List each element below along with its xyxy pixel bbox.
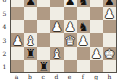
square-g2: ♟ xyxy=(90,47,103,60)
file-label-d: d xyxy=(50,73,63,80)
piece-black-rook: ♜ xyxy=(37,61,50,73)
square-e4: ♟ xyxy=(64,20,77,33)
square-h3 xyxy=(103,33,116,46)
piece-white-queen: ♛ xyxy=(64,35,77,47)
square-e3: ♛ xyxy=(64,33,77,46)
square-b4 xyxy=(24,20,37,33)
rank-label-2: 2 xyxy=(0,50,9,57)
square-a6 xyxy=(11,0,24,7)
square-c3 xyxy=(37,33,50,46)
piece-white-pawn: ♟ xyxy=(103,8,116,20)
square-h6: ♟ xyxy=(103,0,116,7)
rank-label-3: 3 xyxy=(0,37,9,44)
piece-white-king: ♚ xyxy=(103,48,116,60)
chess-diagram: ♟♟♞♟♟♟♟♞♟♝♛♟♜♝♟♚♜ 654321 abcdefgh xyxy=(0,0,120,80)
square-c5 xyxy=(37,7,50,20)
file-label-b: b xyxy=(23,73,36,80)
square-e2 xyxy=(64,47,77,60)
square-a5 xyxy=(11,7,24,20)
square-f6: ♞ xyxy=(77,0,90,7)
piece-white-bishop: ♝ xyxy=(24,35,37,47)
square-b1 xyxy=(24,60,37,73)
square-f3: ♟ xyxy=(77,33,90,46)
piece-white-bishop: ♝ xyxy=(50,48,63,60)
square-g3 xyxy=(90,33,103,46)
square-f1 xyxy=(77,60,90,73)
square-g6 xyxy=(90,0,103,7)
square-e6: ♟ xyxy=(64,0,77,7)
square-h4 xyxy=(103,20,116,33)
square-d3 xyxy=(50,33,63,46)
square-h1 xyxy=(103,60,116,73)
square-a1 xyxy=(11,60,24,73)
file-label-e: e xyxy=(63,73,76,80)
square-b6: ♟ xyxy=(24,0,37,7)
piece-white-pawn: ♟ xyxy=(64,21,77,33)
piece-black-knight: ♞ xyxy=(77,0,90,7)
file-label-a: a xyxy=(10,73,23,80)
piece-black-rook: ♜ xyxy=(24,48,37,60)
square-d1 xyxy=(50,60,63,73)
piece-white-pawn: ♟ xyxy=(77,35,90,47)
piece-black-pawn: ♟ xyxy=(24,0,37,7)
file-label-c: c xyxy=(37,73,50,80)
rank-label-1: 1 xyxy=(0,63,9,70)
square-b5 xyxy=(24,7,37,20)
square-a3: ♟ xyxy=(11,33,24,46)
square-g4 xyxy=(90,20,103,33)
piece-black-pawn: ♟ xyxy=(64,0,77,7)
piece-white-pawn: ♟ xyxy=(50,21,63,33)
rank-label-4: 4 xyxy=(0,23,9,30)
square-d6 xyxy=(50,0,63,7)
square-f5 xyxy=(77,7,90,20)
square-g1 xyxy=(90,60,103,73)
square-e5 xyxy=(64,7,77,20)
file-label-g: g xyxy=(90,73,103,80)
square-h2: ♚ xyxy=(103,47,116,60)
square-a2 xyxy=(11,47,24,60)
rank-label-6: 6 xyxy=(0,0,9,3)
square-h5: ♟ xyxy=(103,7,116,20)
square-a4 xyxy=(11,20,24,33)
piece-white-pawn: ♟ xyxy=(90,48,103,60)
rank-label-5: 5 xyxy=(0,10,9,17)
square-d4: ♟ xyxy=(50,20,63,33)
piece-black-pawn: ♟ xyxy=(103,0,116,7)
square-d2: ♝ xyxy=(50,47,63,60)
square-c2 xyxy=(37,47,50,60)
file-label-h: h xyxy=(103,73,116,80)
square-e1 xyxy=(64,60,77,73)
square-c6 xyxy=(37,0,50,7)
square-c4 xyxy=(37,20,50,33)
file-label-f: f xyxy=(76,73,89,80)
square-f4: ♞ xyxy=(77,20,90,33)
chess-board: ♟♟♞♟♟♟♟♞♟♝♛♟♜♝♟♚♜ xyxy=(10,0,117,73)
square-f2 xyxy=(77,47,90,60)
piece-black-knight: ♞ xyxy=(77,21,90,33)
square-g5 xyxy=(90,7,103,20)
square-b2: ♜ xyxy=(24,47,37,60)
square-c1: ♜ xyxy=(37,60,50,73)
piece-white-pawn: ♟ xyxy=(11,35,24,47)
square-b3: ♝ xyxy=(24,33,37,46)
square-d5 xyxy=(50,7,63,20)
